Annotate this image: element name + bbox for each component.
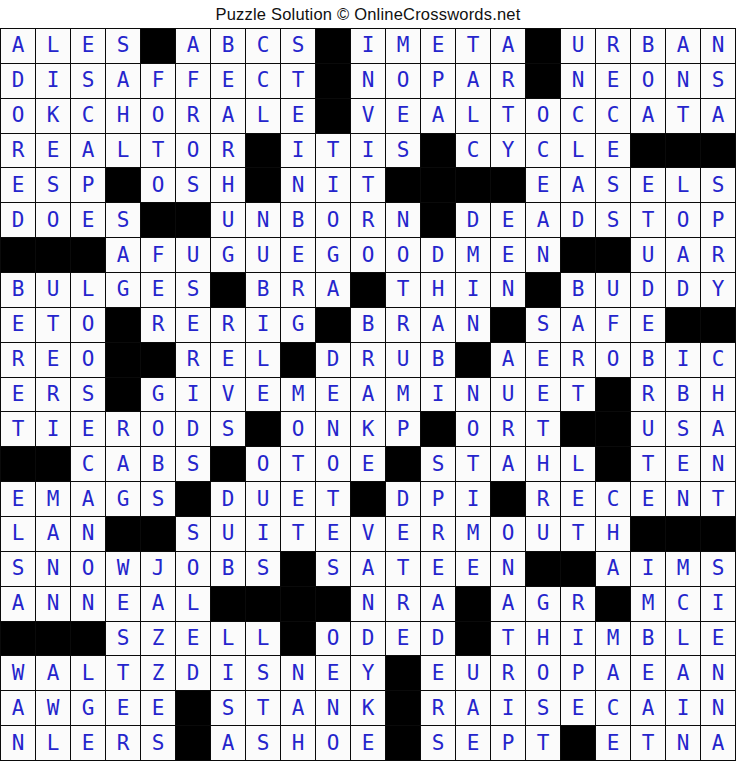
letter-cell-r12c16: T (526, 412, 561, 447)
letter-cell-r10c20: I (666, 343, 701, 378)
block-cell-r13c1 (1, 447, 36, 482)
letter-cell-r4c18: E (596, 134, 631, 169)
letter-cell-r6c20: O (666, 203, 701, 238)
block-cell-r14c15 (491, 482, 526, 517)
letter-cell-r3c4: H (106, 99, 141, 134)
block-cell-r13c12 (386, 447, 421, 482)
letter-cell-r18c11: D (351, 622, 386, 657)
letter-cell-r8c17: B (561, 273, 596, 308)
letter-cell-r4c9: I (281, 134, 316, 169)
letter-cell-r1c9: S (281, 29, 316, 64)
block-cell-r5c14 (456, 168, 491, 203)
letter-cell-r14c19: E (631, 482, 666, 517)
letter-cell-r8c1: B (1, 273, 36, 308)
block-cell-r18c14 (456, 622, 491, 657)
letter-cell-r3c17: C (561, 99, 596, 134)
letter-cell-r6c14: D (456, 203, 491, 238)
letter-cell-r20c1: A (1, 691, 36, 726)
letter-cell-r15c12: E (386, 517, 421, 552)
letter-cell-r19c7: I (211, 656, 246, 691)
letter-cell-r4c6: O (176, 134, 211, 169)
block-cell-r9c15 (491, 308, 526, 343)
letter-cell-r6c10: O (316, 203, 351, 238)
letter-cell-r13c15: A (491, 447, 526, 482)
letter-cell-r8c9: R (281, 273, 316, 308)
letter-cell-r17c6: L (176, 587, 211, 622)
letter-cell-r5c7: H (211, 168, 246, 203)
letter-cell-r2c18: E (596, 64, 631, 99)
letter-cell-r7c4: A (106, 238, 141, 273)
letter-cell-r6c9: B (281, 203, 316, 238)
letter-cell-r7c7: G (211, 238, 246, 273)
block-cell-r5c12 (386, 168, 421, 203)
letter-cell-r7c5: F (141, 238, 176, 273)
letter-cell-r20c21: N (701, 691, 736, 726)
letter-cell-r12c15: R (491, 412, 526, 447)
letter-cell-r14c7: D (211, 482, 246, 517)
letter-cell-r21c1: N (1, 726, 36, 761)
letter-cell-r9c6: E (176, 308, 211, 343)
letter-cell-r7c21: R (701, 238, 736, 273)
block-cell-r5c13 (421, 168, 456, 203)
letter-cell-r11c14: N (456, 378, 491, 413)
letter-cell-r16c21: S (701, 552, 736, 587)
block-cell-r8c16 (526, 273, 561, 308)
letter-cell-r18c15: T (491, 622, 526, 657)
letter-cell-r5c2: S (36, 168, 71, 203)
letter-cell-r4c2: E (36, 134, 71, 169)
letter-cell-r18c19: B (631, 622, 666, 657)
block-cell-r10c5 (141, 343, 176, 378)
letter-cell-r5c19: E (631, 168, 666, 203)
block-cell-r1c10 (316, 29, 351, 64)
block-cell-r17c10 (316, 587, 351, 622)
letter-cell-r9c14: N (456, 308, 491, 343)
letter-cell-r16c7: B (211, 552, 246, 587)
letter-cell-r9c7: R (211, 308, 246, 343)
block-cell-r4c20 (666, 134, 701, 169)
letter-cell-r14c13: P (421, 482, 456, 517)
letter-cell-r4c16: C (526, 134, 561, 169)
block-cell-r1c16 (526, 29, 561, 64)
letter-cell-r6c17: D (561, 203, 596, 238)
letter-cell-r7c11: O (351, 238, 386, 273)
letter-cell-r13c3: C (71, 447, 106, 482)
letter-cell-r19c6: D (176, 656, 211, 691)
letter-cell-r18c20: L (666, 622, 701, 657)
letter-cell-r1c14: T (456, 29, 491, 64)
letter-cell-r2c19: O (631, 64, 666, 99)
letter-cell-r9c13: A (421, 308, 456, 343)
letter-cell-r11c17: T (561, 378, 596, 413)
letter-cell-r14c18: C (596, 482, 631, 517)
block-cell-r18c2 (36, 622, 71, 657)
letter-cell-r21c19: T (631, 726, 666, 761)
letter-cell-r12c3: E (71, 412, 106, 447)
letter-cell-r1c20: A (666, 29, 701, 64)
block-cell-r3c10 (316, 99, 351, 134)
letter-cell-r20c5: E (141, 691, 176, 726)
letter-cell-r6c12: N (386, 203, 421, 238)
letter-cell-r14c5: S (141, 482, 176, 517)
letter-cell-r7c16: N (526, 238, 561, 273)
letter-cell-r10c17: R (561, 343, 596, 378)
letter-cell-r11c10: E (316, 378, 351, 413)
block-cell-r10c14 (456, 343, 491, 378)
letter-cell-r21c10: O (316, 726, 351, 761)
letter-cell-r17c16: G (526, 587, 561, 622)
page-title: Puzzle Solution © OnlineCrosswords.net (216, 5, 521, 24)
crossword-grid: ALESABCSIMETAURBANDISAFFECTNOPARNEONSOKC… (0, 28, 736, 761)
letter-cell-r11c11: A (351, 378, 386, 413)
letter-cell-r8c5: E (141, 273, 176, 308)
letter-cell-r20c11: K (351, 691, 386, 726)
letter-cell-r20c20: I (666, 691, 701, 726)
letter-cell-r18c7: L (211, 622, 246, 657)
letter-cell-r16c13: E (421, 552, 456, 587)
block-cell-r9c4 (106, 308, 141, 343)
letter-cell-r2c4: A (106, 64, 141, 99)
block-cell-r9c21 (701, 308, 736, 343)
letter-cell-r3c9: E (281, 99, 316, 134)
letter-cell-r12c2: I (36, 412, 71, 447)
letter-cell-r10c16: E (526, 343, 561, 378)
letter-cell-r11c19: R (631, 378, 666, 413)
letter-cell-r16c2: N (36, 552, 71, 587)
letter-cell-r21c18: E (596, 726, 631, 761)
letter-cell-r3c6: R (176, 99, 211, 134)
letter-cell-r21c14: E (456, 726, 491, 761)
letter-cell-r2c11: N (351, 64, 386, 99)
letter-cell-r13c11: E (351, 447, 386, 482)
letter-cell-r8c10: A (316, 273, 351, 308)
block-cell-r18c1 (1, 622, 36, 657)
letter-cell-r21c9: H (281, 726, 316, 761)
letter-cell-r15c15: O (491, 517, 526, 552)
letter-cell-r8c8: B (246, 273, 281, 308)
letter-cell-r7c13: D (421, 238, 456, 273)
letter-cell-r7c15: E (491, 238, 526, 273)
letter-cell-r17c11: N (351, 587, 386, 622)
letter-cell-r19c5: Z (141, 656, 176, 691)
letter-cell-r1c1: A (1, 29, 36, 64)
letter-cell-r18c5: Z (141, 622, 176, 657)
block-cell-r18c3 (71, 622, 106, 657)
letter-cell-r17c2: N (36, 587, 71, 622)
letter-cell-r10c21: C (701, 343, 736, 378)
letter-cell-r13c5: B (141, 447, 176, 482)
letter-cell-r16c11: A (351, 552, 386, 587)
letter-cell-r13c9: T (281, 447, 316, 482)
letter-cell-r14c8: U (246, 482, 281, 517)
letter-cell-r20c15: I (491, 691, 526, 726)
letter-cell-r12c19: U (631, 412, 666, 447)
letter-cell-r19c13: E (421, 656, 456, 691)
letter-cell-r2c8: C (246, 64, 281, 99)
block-cell-r12c17 (561, 412, 596, 447)
letter-cell-r2c5: F (141, 64, 176, 99)
letter-cell-r3c16: O (526, 99, 561, 134)
letter-cell-r18c17: I (561, 622, 596, 657)
letter-cell-r9c12: R (386, 308, 421, 343)
letter-cell-r18c16: H (526, 622, 561, 657)
letter-cell-r18c8: L (246, 622, 281, 657)
letter-cell-r17c3: N (71, 587, 106, 622)
letter-cell-r7c8: U (246, 238, 281, 273)
block-cell-r10c9 (281, 343, 316, 378)
letter-cell-r1c17: U (561, 29, 596, 64)
letter-cell-r20c3: G (71, 691, 106, 726)
letter-cell-r21c20: N (666, 726, 701, 761)
letter-cell-r19c3: L (71, 656, 106, 691)
letter-cell-r3c5: O (141, 99, 176, 134)
block-cell-r12c13 (421, 412, 456, 447)
letter-cell-r14c9: E (281, 482, 316, 517)
letter-cell-r20c17: E (561, 691, 596, 726)
letter-cell-r9c16: S (526, 308, 561, 343)
letter-cell-r11c12: M (386, 378, 421, 413)
letter-cell-r1c8: C (246, 29, 281, 64)
letter-cell-r12c10: N (316, 412, 351, 447)
letter-cell-r4c5: T (141, 134, 176, 169)
letter-cell-r9c19: E (631, 308, 666, 343)
letter-cell-r19c17: P (561, 656, 596, 691)
letter-cell-r19c9: N (281, 656, 316, 691)
letter-cell-r11c16: E (526, 378, 561, 413)
letter-cell-r3c7: A (211, 99, 246, 134)
letter-cell-r14c3: A (71, 482, 106, 517)
letter-cell-r4c10: T (316, 134, 351, 169)
letter-cell-r20c18: C (596, 691, 631, 726)
letter-cell-r6c11: R (351, 203, 386, 238)
letter-cell-r19c1: W (1, 656, 36, 691)
block-cell-r15c5 (141, 517, 176, 552)
letter-cell-r9c9: G (281, 308, 316, 343)
letter-cell-r15c17: T (561, 517, 596, 552)
letter-cell-r11c21: H (701, 378, 736, 413)
letter-cell-r3c19: A (631, 99, 666, 134)
letter-cell-r8c12: T (386, 273, 421, 308)
letter-cell-r2c3: S (71, 64, 106, 99)
block-cell-r13c18 (596, 447, 631, 482)
block-cell-r16c17 (561, 552, 596, 587)
letter-cell-r11c20: B (666, 378, 701, 413)
letter-cell-r6c21: P (701, 203, 736, 238)
letter-cell-r20c7: S (211, 691, 246, 726)
letter-cell-r1c7: B (211, 29, 246, 64)
block-cell-r21c17 (561, 726, 596, 761)
letter-cell-r13c20: E (666, 447, 701, 482)
letter-cell-r16c18: A (596, 552, 631, 587)
letter-cell-r21c13: S (421, 726, 456, 761)
letter-cell-r1c6: A (176, 29, 211, 64)
letter-cell-r5c16: E (526, 168, 561, 203)
block-cell-r4c8 (246, 134, 281, 169)
block-cell-r14c6 (176, 482, 211, 517)
letter-cell-r7c6: U (176, 238, 211, 273)
letter-cell-r12c4: R (106, 412, 141, 447)
letter-cell-r2c7: E (211, 64, 246, 99)
letter-cell-r18c12: E (386, 622, 421, 657)
letter-cell-r6c2: O (36, 203, 71, 238)
letter-cell-r15c18: H (596, 517, 631, 552)
letter-cell-r1c4: S (106, 29, 141, 64)
letter-cell-r7c12: O (386, 238, 421, 273)
title-bar: Puzzle Solution © OnlineCrosswords.net (0, 0, 736, 28)
letter-cell-r18c6: E (176, 622, 211, 657)
letter-cell-r19c11: Y (351, 656, 386, 691)
letter-cell-r5c17: A (561, 168, 596, 203)
letter-cell-r17c19: M (631, 587, 666, 622)
block-cell-r14c11 (351, 482, 386, 517)
letter-cell-r9c2: T (36, 308, 71, 343)
letter-cell-r11c1: E (1, 378, 36, 413)
letter-cell-r4c15: Y (491, 134, 526, 169)
letter-cell-r5c3: P (71, 168, 106, 203)
letter-cell-r7c14: M (456, 238, 491, 273)
block-cell-r20c6 (176, 691, 211, 726)
letter-cell-r8c18: U (596, 273, 631, 308)
letter-cell-r3c21: A (701, 99, 736, 134)
letter-cell-r18c18: M (596, 622, 631, 657)
letter-cell-r17c12: R (386, 587, 421, 622)
letter-cell-r13c19: T (631, 447, 666, 482)
letter-cell-r21c5: S (141, 726, 176, 761)
letter-cell-r16c6: O (176, 552, 211, 587)
block-cell-r1c5 (141, 29, 176, 64)
letter-cell-r8c21: Y (701, 273, 736, 308)
block-cell-r9c10 (316, 308, 351, 343)
letter-cell-r21c11: E (351, 726, 386, 761)
letter-cell-r21c7: A (211, 726, 246, 761)
letter-cell-r20c8: T (246, 691, 281, 726)
letter-cell-r9c8: I (246, 308, 281, 343)
letter-cell-r5c1: E (1, 168, 36, 203)
letter-cell-r7c10: G (316, 238, 351, 273)
block-cell-r18c9 (281, 622, 316, 657)
block-cell-r16c16 (526, 552, 561, 587)
letter-cell-r18c10: O (316, 622, 351, 657)
letter-cell-r15c10: E (316, 517, 351, 552)
letter-cell-r13c16: H (526, 447, 561, 482)
letter-cell-r21c4: R (106, 726, 141, 761)
letter-cell-r10c15: A (491, 343, 526, 378)
letter-cell-r5c21: S (701, 168, 736, 203)
letter-cell-r3c12: E (386, 99, 421, 134)
letter-cell-r18c21: E (701, 622, 736, 657)
letter-cell-r8c3: L (71, 273, 106, 308)
letter-cell-r18c13: D (421, 622, 456, 657)
letter-cell-r20c19: A (631, 691, 666, 726)
letter-cell-r11c5: G (141, 378, 176, 413)
letter-cell-r12c6: D (176, 412, 211, 447)
letter-cell-r1c2: L (36, 29, 71, 64)
block-cell-r12c18 (596, 412, 631, 447)
letter-cell-r10c1: R (1, 343, 36, 378)
letter-cell-r2c2: I (36, 64, 71, 99)
letter-cell-r8c19: D (631, 273, 666, 308)
block-cell-r10c4 (106, 343, 141, 378)
letter-cell-r15c7: U (211, 517, 246, 552)
letter-cell-r6c8: N (246, 203, 281, 238)
block-cell-r17c8 (246, 587, 281, 622)
letter-cell-r15c8: I (246, 517, 281, 552)
letter-cell-r11c3: S (71, 378, 106, 413)
letter-cell-r19c15: R (491, 656, 526, 691)
letter-cell-r19c21: N (701, 656, 736, 691)
letter-cell-r10c6: R (176, 343, 211, 378)
letter-cell-r10c2: E (36, 343, 71, 378)
block-cell-r6c6 (176, 203, 211, 238)
letter-cell-r19c14: U (456, 656, 491, 691)
letter-cell-r19c10: E (316, 656, 351, 691)
letter-cell-r14c12: D (386, 482, 421, 517)
letter-cell-r19c19: E (631, 656, 666, 691)
letter-cell-r20c9: A (281, 691, 316, 726)
block-cell-r7c1 (1, 238, 36, 273)
block-cell-r6c13 (421, 203, 456, 238)
letter-cell-r21c21: A (701, 726, 736, 761)
letter-cell-r2c12: O (386, 64, 421, 99)
letter-cell-r14c1: E (1, 482, 36, 517)
letter-cell-r8c20: D (666, 273, 701, 308)
letter-cell-r7c19: U (631, 238, 666, 273)
letter-cell-r4c1: R (1, 134, 36, 169)
letter-cell-r3c11: V (351, 99, 386, 134)
letter-cell-r16c20: M (666, 552, 701, 587)
block-cell-r7c2 (36, 238, 71, 273)
block-cell-r11c4 (106, 378, 141, 413)
letter-cell-r4c17: L (561, 134, 596, 169)
letter-cell-r17c15: A (491, 587, 526, 622)
letter-cell-r16c12: T (386, 552, 421, 587)
block-cell-r16c9 (281, 552, 316, 587)
letter-cell-r8c4: G (106, 273, 141, 308)
letter-cell-r2c1: D (1, 64, 36, 99)
block-cell-r15c4 (106, 517, 141, 552)
block-cell-r2c10 (316, 64, 351, 99)
letter-cell-r21c8: S (246, 726, 281, 761)
letter-cell-r21c16: T (526, 726, 561, 761)
letter-cell-r4c12: S (386, 134, 421, 169)
block-cell-r4c21 (701, 134, 736, 169)
letter-cell-r14c17: E (561, 482, 596, 517)
letter-cell-r8c14: I (456, 273, 491, 308)
letter-cell-r8c13: H (421, 273, 456, 308)
letter-cell-r15c11: V (351, 517, 386, 552)
letter-cell-r4c3: A (71, 134, 106, 169)
letter-cell-r1c21: N (701, 29, 736, 64)
letter-cell-r5c10: I (316, 168, 351, 203)
block-cell-r7c18 (596, 238, 631, 273)
block-cell-r4c13 (421, 134, 456, 169)
block-cell-r17c7 (211, 587, 246, 622)
letter-cell-r14c2: M (36, 482, 71, 517)
letter-cell-r16c3: O (71, 552, 106, 587)
letter-cell-r19c4: T (106, 656, 141, 691)
letter-cell-r12c9: O (281, 412, 316, 447)
block-cell-r20c12 (386, 691, 421, 726)
block-cell-r17c14 (456, 587, 491, 622)
letter-cell-r10c13: B (421, 343, 456, 378)
letter-cell-r8c2: U (36, 273, 71, 308)
letter-cell-r5c6: S (176, 168, 211, 203)
letter-cell-r9c1: E (1, 308, 36, 343)
block-cell-r17c9 (281, 587, 316, 622)
letter-cell-r5c20: L (666, 168, 701, 203)
letter-cell-r17c4: E (106, 587, 141, 622)
letter-cell-r14c21: T (701, 482, 736, 517)
